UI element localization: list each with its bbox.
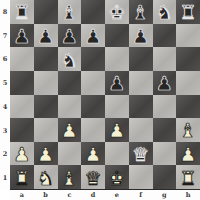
white-pawn-d2: ♟ <box>85 145 102 164</box>
black-bishop-c8: ♝ <box>61 3 78 22</box>
black-king-e8: ♚ <box>108 3 125 22</box>
square-a8[interactable]: ♜ <box>10 0 34 24</box>
file-label-h: h <box>176 190 200 200</box>
white-queen-d1: ♛ <box>85 168 102 187</box>
file-label-g: g <box>153 190 177 200</box>
square-b2[interactable]: ♟ <box>34 142 58 166</box>
white-rook-h1: ♜ <box>180 168 197 187</box>
square-e5[interactable]: ♟ <box>105 71 129 95</box>
square-a1[interactable]: ♜ <box>10 165 34 189</box>
white-pawn-c3: ♟ <box>61 121 78 140</box>
square-d8[interactable] <box>81 0 105 24</box>
rank-label-1: 1 <box>0 166 10 190</box>
black-pawn-d7: ♟ <box>85 26 102 45</box>
white-pawn-a2: ♟ <box>13 145 30 164</box>
square-a6[interactable] <box>10 47 34 71</box>
file-labels: abcdefgh <box>10 190 200 200</box>
square-d6[interactable] <box>81 47 105 71</box>
square-d2[interactable]: ♟ <box>81 142 105 166</box>
square-f5[interactable] <box>129 71 153 95</box>
square-d4[interactable] <box>81 95 105 119</box>
square-g2[interactable] <box>153 142 177 166</box>
black-pawn-g5: ♟ <box>156 74 173 93</box>
rank-label-2: 2 <box>0 143 10 167</box>
black-knight-c6: ♞ <box>61 50 78 69</box>
square-e2[interactable] <box>105 142 129 166</box>
square-a5[interactable] <box>10 71 34 95</box>
square-h6[interactable] <box>176 47 200 71</box>
square-d1[interactable]: ♛ <box>81 165 105 189</box>
square-e8[interactable]: ♚ <box>105 0 129 24</box>
square-a7[interactable]: ♟ <box>10 24 34 48</box>
rank-label-3: 3 <box>0 119 10 143</box>
square-h4[interactable] <box>176 95 200 119</box>
square-g4[interactable] <box>153 95 177 119</box>
square-g1[interactable] <box>153 165 177 189</box>
file-label-c: c <box>58 190 82 200</box>
square-b7[interactable]: ♟ <box>34 24 58 48</box>
square-b4[interactable] <box>34 95 58 119</box>
square-h5[interactable] <box>176 71 200 95</box>
square-c8[interactable]: ♝ <box>58 0 82 24</box>
square-c5[interactable] <box>58 71 82 95</box>
square-a3[interactable] <box>10 118 34 142</box>
square-b3[interactable] <box>34 118 58 142</box>
black-rook-h8: ♜ <box>180 3 197 22</box>
file-label-a: a <box>10 190 34 200</box>
file-label-b: b <box>34 190 58 200</box>
black-rook-a8: ♜ <box>13 3 30 22</box>
square-f2[interactable]: ♛ <box>129 142 153 166</box>
black-knight-g8: ♞ <box>156 3 173 22</box>
black-pawn-c7: ♟ <box>61 26 78 45</box>
square-f7[interactable]: ♟ <box>129 24 153 48</box>
square-c7[interactable]: ♟ <box>58 24 82 48</box>
square-f4[interactable] <box>129 95 153 119</box>
white-pawn-h2: ♟ <box>180 145 197 164</box>
square-e7[interactable] <box>105 24 129 48</box>
square-e6[interactable] <box>105 47 129 71</box>
square-f8[interactable]: ♝ <box>129 0 153 24</box>
square-c3[interactable]: ♟ <box>58 118 82 142</box>
square-c1[interactable]: ♝ <box>58 165 82 189</box>
white-bishop-c1: ♝ <box>61 168 78 187</box>
square-h2[interactable]: ♟ <box>176 142 200 166</box>
square-b5[interactable] <box>34 71 58 95</box>
file-label-f: f <box>129 190 153 200</box>
square-g6[interactable] <box>153 47 177 71</box>
square-c2[interactable] <box>58 142 82 166</box>
file-label-d: d <box>81 190 105 200</box>
rank-label-8: 8 <box>0 0 10 24</box>
square-h1[interactable]: ♜ <box>176 165 200 189</box>
square-f3[interactable] <box>129 118 153 142</box>
square-f6[interactable] <box>129 47 153 71</box>
black-bishop-f8: ♝ <box>132 3 149 22</box>
file-label-e: e <box>105 190 129 200</box>
chess-board: ♜♝♚♝♞♜♟♟♟♟♟♞♟♟♟♟♝♟♟♟♛♟♜♞♝♛♚♜ <box>10 0 200 190</box>
square-h8[interactable]: ♜ <box>176 0 200 24</box>
rank-label-5: 5 <box>0 71 10 95</box>
chess-board-diagram: 87654321 ♜♝♚♝♞♜♟♟♟♟♟♞♟♟♟♟♝♟♟♟♛♟♜♞♝♛♚♜ ab… <box>0 0 200 200</box>
white-king-e1: ♚ <box>108 168 125 187</box>
black-pawn-b7: ♟ <box>37 26 54 45</box>
square-c4[interactable] <box>58 95 82 119</box>
rank-labels: 87654321 <box>0 0 10 190</box>
square-e1[interactable]: ♚ <box>105 165 129 189</box>
square-d7[interactable]: ♟ <box>81 24 105 48</box>
square-b8[interactable] <box>34 0 58 24</box>
square-h7[interactable] <box>176 24 200 48</box>
square-f1[interactable] <box>129 165 153 189</box>
white-pawn-e3: ♟ <box>108 121 125 140</box>
black-pawn-f7: ♟ <box>132 26 149 45</box>
square-d3[interactable] <box>81 118 105 142</box>
square-b1[interactable]: ♞ <box>34 165 58 189</box>
square-e4[interactable] <box>105 95 129 119</box>
square-h3[interactable]: ♝ <box>176 118 200 142</box>
white-pawn-b2: ♟ <box>37 145 54 164</box>
square-d5[interactable] <box>81 71 105 95</box>
square-a2[interactable]: ♟ <box>10 142 34 166</box>
square-g5[interactable]: ♟ <box>153 71 177 95</box>
square-g3[interactable] <box>153 118 177 142</box>
white-bishop-h3: ♝ <box>180 121 197 140</box>
rank-label-6: 6 <box>0 48 10 72</box>
black-pawn-e5: ♟ <box>108 74 125 93</box>
square-g8[interactable]: ♞ <box>153 0 177 24</box>
square-b6[interactable] <box>34 47 58 71</box>
square-c6[interactable]: ♞ <box>58 47 82 71</box>
black-queen-f2: ♛ <box>132 145 149 164</box>
square-a4[interactable] <box>10 95 34 119</box>
rank-label-4: 4 <box>0 95 10 119</box>
white-knight-b1: ♞ <box>37 168 54 187</box>
black-pawn-a7: ♟ <box>13 26 30 45</box>
square-e3[interactable]: ♟ <box>105 118 129 142</box>
white-rook-a1: ♜ <box>13 168 30 187</box>
rank-label-7: 7 <box>0 24 10 48</box>
square-g7[interactable] <box>153 24 177 48</box>
